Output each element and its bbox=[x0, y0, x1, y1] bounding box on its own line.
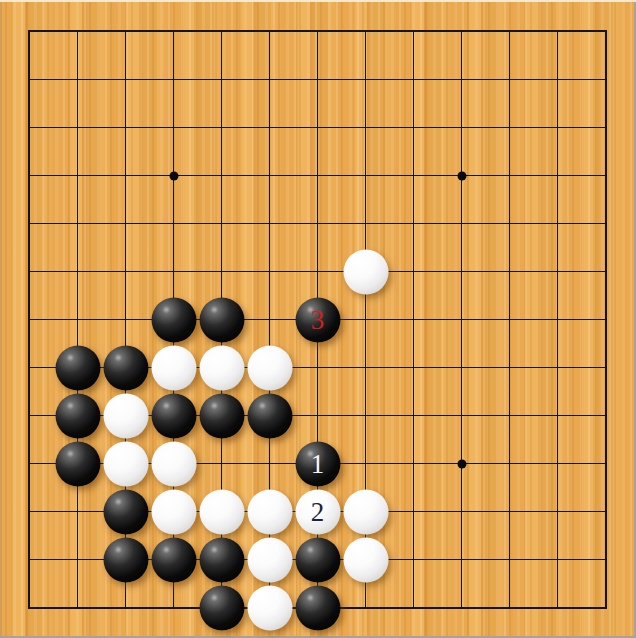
black-stone[interactable] bbox=[199, 393, 244, 438]
white-stone[interactable] bbox=[343, 489, 388, 534]
black-stone[interactable] bbox=[103, 489, 148, 534]
white-stone[interactable] bbox=[247, 585, 292, 630]
black-stone[interactable] bbox=[151, 537, 196, 582]
white-stone[interactable] bbox=[343, 537, 388, 582]
black-stone[interactable] bbox=[151, 393, 196, 438]
go-board[interactable]: 312 bbox=[0, 0, 636, 638]
star-point bbox=[457, 171, 466, 180]
white-stone[interactable] bbox=[103, 441, 148, 486]
black-stone[interactable] bbox=[199, 585, 244, 630]
black-stone[interactable] bbox=[295, 585, 340, 630]
move-number-label: 3 bbox=[311, 306, 325, 333]
black-stone[interactable] bbox=[55, 393, 100, 438]
white-stone[interactable] bbox=[343, 249, 388, 294]
black-stone[interactable] bbox=[295, 537, 340, 582]
black-stone[interactable] bbox=[247, 393, 292, 438]
black-stone[interactable] bbox=[103, 537, 148, 582]
black-stone[interactable] bbox=[199, 537, 244, 582]
black-stone[interactable]: 1 bbox=[295, 441, 340, 486]
white-stone[interactable] bbox=[247, 345, 292, 390]
black-stone[interactable]: 3 bbox=[295, 297, 340, 342]
move-number-label: 1 bbox=[311, 450, 325, 477]
white-stone[interactable] bbox=[151, 441, 196, 486]
white-stone[interactable] bbox=[151, 489, 196, 534]
white-stone[interactable]: 2 bbox=[295, 489, 340, 534]
black-stone[interactable] bbox=[151, 297, 196, 342]
white-stone[interactable] bbox=[247, 537, 292, 582]
black-stone[interactable] bbox=[199, 297, 244, 342]
black-stone[interactable] bbox=[55, 441, 100, 486]
black-stone[interactable] bbox=[55, 345, 100, 390]
star-point bbox=[457, 459, 466, 468]
white-stone[interactable] bbox=[103, 393, 148, 438]
white-stone[interactable] bbox=[151, 345, 196, 390]
black-stone[interactable] bbox=[103, 345, 148, 390]
white-stone[interactable] bbox=[199, 345, 244, 390]
star-point bbox=[169, 171, 178, 180]
white-stone[interactable] bbox=[199, 489, 244, 534]
white-stone[interactable] bbox=[247, 489, 292, 534]
move-number-label: 2 bbox=[311, 498, 325, 525]
